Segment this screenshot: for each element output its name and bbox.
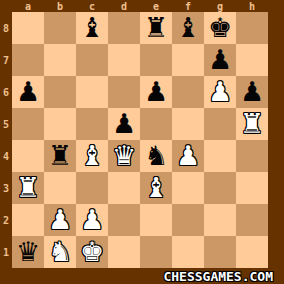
square-h2[interactable]: [236, 204, 268, 236]
piece-white-queen-d4[interactable]: ♛: [112, 140, 136, 172]
square-e7[interactable]: [140, 44, 172, 76]
square-h6[interactable]: ♟: [236, 76, 268, 108]
square-d1[interactable]: [108, 236, 140, 268]
square-f4[interactable]: ♟: [172, 140, 204, 172]
square-b1[interactable]: ♞: [44, 236, 76, 268]
rank-label-2: 2: [0, 204, 12, 236]
square-a7[interactable]: [12, 44, 44, 76]
file-label-c: c: [76, 0, 108, 12]
square-g6[interactable]: ♟: [204, 76, 236, 108]
square-h7[interactable]: [236, 44, 268, 76]
square-e8[interactable]: ♜: [140, 12, 172, 44]
square-c2[interactable]: ♟: [76, 204, 108, 236]
square-g2[interactable]: [204, 204, 236, 236]
piece-black-king-g8[interactable]: ♚: [208, 12, 232, 44]
square-f6[interactable]: [172, 76, 204, 108]
square-g4[interactable]: [204, 140, 236, 172]
square-h5[interactable]: ♜: [236, 108, 268, 140]
file-label-e: e: [140, 0, 172, 12]
square-e6[interactable]: ♟: [140, 76, 172, 108]
file-label-d: d: [108, 0, 140, 12]
square-d7[interactable]: [108, 44, 140, 76]
square-d3[interactable]: [108, 172, 140, 204]
chess-board: ♝♜♝♚♟♟♟♟♟♟♜♜♝♛♞♟♜♝♟♟♛♞♚: [12, 12, 268, 268]
piece-white-pawn-f4[interactable]: ♟: [176, 140, 200, 172]
square-a5[interactable]: [12, 108, 44, 140]
square-e5[interactable]: [140, 108, 172, 140]
piece-white-pawn-c2[interactable]: ♟: [80, 204, 104, 236]
square-b4[interactable]: ♜: [44, 140, 76, 172]
rank-label-3: 3: [0, 172, 12, 204]
square-a3[interactable]: ♜: [12, 172, 44, 204]
square-f2[interactable]: [172, 204, 204, 236]
square-g5[interactable]: [204, 108, 236, 140]
square-f3[interactable]: [172, 172, 204, 204]
square-f5[interactable]: [172, 108, 204, 140]
square-c5[interactable]: [76, 108, 108, 140]
piece-white-bishop-c4[interactable]: ♝: [80, 140, 104, 172]
piece-black-rook-b4[interactable]: ♜: [48, 140, 72, 172]
square-e4[interactable]: ♞: [140, 140, 172, 172]
file-label-b: b: [44, 0, 76, 12]
piece-white-knight-b1[interactable]: ♞: [48, 236, 72, 268]
piece-white-pawn-b2[interactable]: ♟: [48, 204, 72, 236]
square-a6[interactable]: ♟: [12, 76, 44, 108]
square-d4[interactable]: ♛: [108, 140, 140, 172]
piece-white-pawn-g6[interactable]: ♟: [208, 76, 232, 108]
piece-white-king-c1[interactable]: ♚: [80, 236, 104, 268]
square-c7[interactable]: [76, 44, 108, 76]
rank-label-7: 7: [0, 44, 12, 76]
square-h4[interactable]: [236, 140, 268, 172]
piece-black-queen-a1[interactable]: ♛: [16, 236, 40, 268]
square-b5[interactable]: [44, 108, 76, 140]
chess-diagram: abcdefgh 87654321 ♝♜♝♚♟♟♟♟♟♟♜♜♝♛♞♟♜♝♟♟♛♞…: [0, 0, 284, 284]
square-g8[interactable]: ♚: [204, 12, 236, 44]
piece-black-bishop-c8[interactable]: ♝: [80, 12, 104, 44]
square-e2[interactable]: [140, 204, 172, 236]
piece-white-rook-a3[interactable]: ♜: [16, 172, 40, 204]
square-d2[interactable]: [108, 204, 140, 236]
square-c8[interactable]: ♝: [76, 12, 108, 44]
square-g1[interactable]: [204, 236, 236, 268]
square-c6[interactable]: [76, 76, 108, 108]
square-b6[interactable]: [44, 76, 76, 108]
square-e3[interactable]: ♝: [140, 172, 172, 204]
file-label-h: h: [236, 0, 268, 12]
square-d8[interactable]: [108, 12, 140, 44]
square-d5[interactable]: ♟: [108, 108, 140, 140]
square-h8[interactable]: [236, 12, 268, 44]
piece-black-pawn-a6[interactable]: ♟: [16, 76, 40, 108]
piece-black-bishop-f8[interactable]: ♝: [176, 12, 200, 44]
square-b3[interactable]: [44, 172, 76, 204]
square-c4[interactable]: ♝: [76, 140, 108, 172]
square-g3[interactable]: [204, 172, 236, 204]
square-h3[interactable]: [236, 172, 268, 204]
square-g7[interactable]: ♟: [204, 44, 236, 76]
piece-black-rook-e8[interactable]: ♜: [144, 12, 168, 44]
square-f7[interactable]: [172, 44, 204, 76]
square-a2[interactable]: [12, 204, 44, 236]
square-e1[interactable]: [140, 236, 172, 268]
square-b8[interactable]: [44, 12, 76, 44]
file-labels: abcdefgh: [12, 0, 268, 12]
piece-black-pawn-e6[interactable]: ♟: [144, 76, 168, 108]
square-a8[interactable]: [12, 12, 44, 44]
square-a4[interactable]: [12, 140, 44, 172]
square-c1[interactable]: ♚: [76, 236, 108, 268]
rank-label-4: 4: [0, 140, 12, 172]
piece-black-pawn-h6[interactable]: ♟: [240, 76, 264, 108]
file-label-f: f: [172, 0, 204, 12]
rank-label-5: 5: [0, 108, 12, 140]
rank-label-1: 1: [0, 236, 12, 268]
piece-black-pawn-d5[interactable]: ♟: [112, 108, 136, 140]
piece-white-rook-h5[interactable]: ♜: [240, 108, 264, 140]
square-a1[interactable]: ♛: [12, 236, 44, 268]
piece-black-pawn-g7[interactable]: ♟: [208, 44, 232, 76]
site-label: CHESSGAMES.COM: [163, 269, 273, 283]
square-b7[interactable]: [44, 44, 76, 76]
piece-black-knight-e4[interactable]: ♞: [144, 140, 168, 172]
square-b2[interactable]: ♟: [44, 204, 76, 236]
square-c3[interactable]: [76, 172, 108, 204]
piece-white-bishop-e3[interactable]: ♝: [144, 172, 168, 204]
square-f8[interactable]: ♝: [172, 12, 204, 44]
square-d6[interactable]: [108, 76, 140, 108]
file-label-a: a: [12, 0, 44, 12]
rank-label-6: 6: [0, 76, 12, 108]
square-h1[interactable]: [236, 236, 268, 268]
rank-label-8: 8: [0, 12, 12, 44]
square-f1[interactable]: [172, 236, 204, 268]
file-label-g: g: [204, 0, 236, 12]
rank-labels: 87654321: [0, 12, 12, 268]
